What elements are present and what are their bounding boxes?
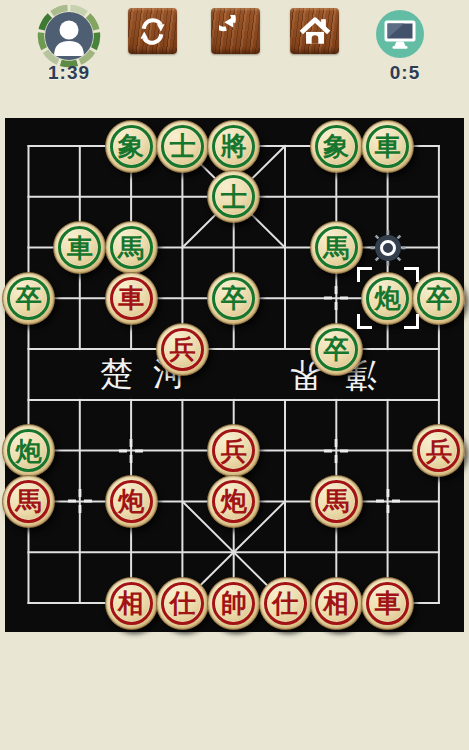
piece-character: 馬 [323, 236, 349, 262]
board-point-marker [375, 488, 401, 514]
piece-character: 炮 [16, 439, 42, 465]
piece-character: 象 [118, 134, 144, 160]
piece-character: 士 [169, 134, 195, 160]
piece-red-advisor[interactable]: 仕 [156, 577, 209, 630]
home-icon [298, 14, 332, 48]
piece-red-horse[interactable]: 馬 [310, 475, 363, 528]
piece-character: 相 [118, 591, 144, 617]
board-point-marker [323, 438, 349, 464]
opponent-badge [376, 10, 424, 58]
swap-sides-button[interactable] [128, 8, 177, 54]
piece-character: 卒 [221, 286, 247, 312]
undo-button[interactable] [211, 8, 260, 54]
board-point-marker [118, 438, 144, 464]
piece-character: 車 [67, 236, 93, 262]
piece-red-advisor[interactable]: 仕 [259, 577, 312, 630]
piece-character: 相 [323, 591, 349, 617]
piece-character: 士 [221, 185, 247, 211]
piece-red-horse[interactable]: 馬 [2, 475, 55, 528]
piece-character: 兵 [426, 439, 452, 465]
xiangqi-board[interactable]: 楚河 漢界 象士將象車士車馬馬卒車卒炮卒兵卒炮兵兵馬炮炮馬相仕帥仕相車 [5, 118, 464, 632]
piece-green-soldier[interactable]: 卒 [310, 323, 363, 376]
piece-red-chariot[interactable]: 車 [105, 272, 158, 325]
piece-green-elephant[interactable]: 象 [105, 120, 158, 173]
piece-character: 炮 [118, 489, 144, 515]
piece-green-soldier[interactable]: 卒 [2, 272, 55, 325]
piece-green-horse[interactable]: 馬 [310, 221, 363, 274]
home-button[interactable] [290, 8, 339, 54]
piece-character: 兵 [221, 439, 247, 465]
piece-green-chariot[interactable]: 車 [361, 120, 414, 173]
piece-character: 卒 [323, 337, 349, 363]
piece-green-soldier[interactable]: 卒 [412, 272, 465, 325]
piece-green-chariot[interactable]: 車 [53, 221, 106, 274]
piece-character: 馬 [323, 489, 349, 515]
selected-piece-brackets [357, 267, 419, 329]
piece-character: 炮 [221, 489, 247, 515]
piece-character: 仕 [169, 591, 195, 617]
piece-green-general[interactable]: 將 [207, 120, 260, 173]
piece-character: 兵 [169, 337, 195, 363]
player-avatar [37, 4, 101, 68]
piece-character: 象 [323, 134, 349, 160]
piece-red-elephant[interactable]: 相 [310, 577, 363, 630]
piece-red-elephant[interactable]: 相 [105, 577, 158, 630]
board-point-marker [323, 285, 349, 311]
piece-red-cannon[interactable]: 炮 [207, 475, 260, 528]
piece-character: 車 [118, 286, 144, 312]
player-timer: 1:39 [37, 63, 101, 82]
piece-character: 帥 [221, 591, 247, 617]
piece-red-soldier[interactable]: 兵 [156, 323, 209, 376]
opponent-timer: 0:5 [377, 63, 433, 82]
piece-character: 車 [375, 591, 401, 617]
piece-character: 馬 [118, 236, 144, 262]
piece-character: 卒 [16, 286, 42, 312]
piece-green-elephant[interactable]: 象 [310, 120, 363, 173]
piece-character: 車 [375, 134, 401, 160]
piece-character: 仕 [272, 591, 298, 617]
piece-red-soldier[interactable]: 兵 [207, 424, 260, 477]
swap-icon [136, 15, 169, 48]
piece-green-horse[interactable]: 馬 [105, 221, 158, 274]
piece-green-cannon[interactable]: 炮 [2, 424, 55, 477]
board-point-marker [67, 488, 93, 514]
piece-character: 卒 [426, 286, 452, 312]
piece-character: 馬 [16, 489, 42, 515]
piece-red-chariot[interactable]: 車 [361, 577, 414, 630]
last-move-origin-marker [369, 229, 407, 267]
piece-red-general[interactable]: 帥 [207, 577, 260, 630]
piece-green-advisor[interactable]: 士 [156, 120, 209, 173]
piece-green-soldier[interactable]: 卒 [207, 272, 260, 325]
piece-red-cannon[interactable]: 炮 [105, 475, 158, 528]
piece-character: 將 [221, 134, 247, 160]
computer-monitor-icon [383, 19, 417, 50]
undo-icon [219, 15, 252, 48]
